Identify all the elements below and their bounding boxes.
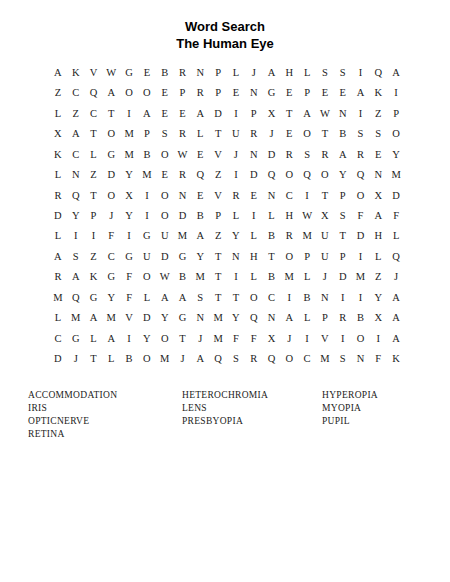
grid-cell-r15c6: O [138,349,156,369]
grid-cell-r13c12: Q [245,308,263,328]
grid-cell-r11c4: G [102,267,120,287]
word-list-item: ACCOMMODATION [28,389,178,402]
grid-cell-r5c16: R [316,144,334,164]
grid-cell-r8c6: I [138,205,156,225]
grid-cell-r7c8: N [174,185,192,205]
grid-cell-r6c13: Q [263,164,281,184]
grid-cell-r15c20: K [387,349,405,369]
grid-cell-r9c13: B [263,226,281,246]
grid-cell-r10c2: S [67,246,85,266]
grid-cell-r4c19: S [369,123,387,143]
grid-cell-r14c17: I [334,328,352,348]
grid-cell-r6c10: Z [209,164,227,184]
grid-cell-r13c1: L [49,308,67,328]
grid-cell-r2c14: E [280,82,298,102]
grid-cell-r7c19: X [369,185,387,205]
grid-cell-r14c12: F [245,328,263,348]
grid-cell-r10c16: U [316,246,334,266]
grid-cell-r7c3: T [85,185,103,205]
grid-cell-r13c9: N [191,308,209,328]
grid-cell-r6c16: O [316,164,334,184]
grid-cell-r9c9: A [191,226,209,246]
word-search-page: Word Search The Human Eye AKVWGEBRNPLJAH… [0,0,450,582]
grid-cell-r2c9: R [191,82,209,102]
grid-cell-r8c3: P [85,205,103,225]
grid-cell-r11c7: W [156,267,174,287]
grid-cell-r15c16: M [316,349,334,369]
grid-cell-r11c12: L [245,267,263,287]
grid-cell-r12c20: A [387,287,405,307]
grid-cell-r14c10: M [209,328,227,348]
page-subtitle: The Human Eye [0,35,450,52]
grid-cell-r15c12: R [245,349,263,369]
grid-cell-r14c16: V [316,328,334,348]
grid-cell-r12c19: Y [369,287,387,307]
grid-cell-r5c7: O [156,144,174,164]
grid-cell-r8c1: D [49,205,67,225]
grid-cell-r5c13: D [263,144,281,164]
grid-cell-r14c9: J [191,328,209,348]
grid-cell-r6c11: I [227,164,245,184]
grid-cell-r6c18: Q [352,164,370,184]
grid-cell-r13c20: A [387,308,405,328]
grid-cell-r2c20: I [387,82,405,102]
grid-cell-r9c20: L [387,226,405,246]
grid-cell-r15c5: B [120,349,138,369]
grid-cell-r7c14: C [280,185,298,205]
grid-cell-r15c10: Q [209,349,227,369]
grid-cell-r14c2: G [67,328,85,348]
grid-cell-r15c9: A [191,349,209,369]
grid-cell-r8c7: O [156,205,174,225]
grid-cell-r7c15: I [298,185,316,205]
grid-cell-r2c19: K [369,82,387,102]
grid-cell-r5c6: B [138,144,156,164]
grid-cell-r14c18: O [352,328,370,348]
grid-cell-r8c15: W [298,205,316,225]
grid-cell-r10c14: O [280,246,298,266]
grid-cell-r4c15: O [298,123,316,143]
word-list-column-1: ACCOMMODATIONIRISOPTICNERVERETINA [28,389,178,441]
grid-cell-r4c13: J [263,123,281,143]
grid-cell-r4c7: S [156,123,174,143]
grid-cell-r8c8: D [174,205,192,225]
grid-cell-r11c15: L [298,267,316,287]
grid-cell-r9c5: I [120,226,138,246]
grid-cell-r9c12: L [245,226,263,246]
grid-cell-r14c5: I [120,328,138,348]
grid-cell-r8c18: F [352,205,370,225]
grid-cell-r4c18: S [352,123,370,143]
grid-cell-r5c14: R [280,144,298,164]
grid-cell-r12c6: L [138,287,156,307]
grid-cell-r5c4: G [102,144,120,164]
grid-cell-r4c6: P [138,123,156,143]
grid-cell-r13c4: M [102,308,120,328]
grid-cell-r12c8: A [174,287,192,307]
grid-cell-r12c15: B [298,287,316,307]
grid-cell-r10c17: P [334,246,352,266]
grid-cell-r1c17: S [334,62,352,82]
grid-cell-r10c10: T [209,246,227,266]
grid-cell-r2c2: C [67,82,85,102]
grid-cell-r4c4: O [102,123,120,143]
grid-cell-r1c16: S [316,62,334,82]
word-list-item: PRESBYOPIA [182,415,318,428]
grid-cell-r8c11: L [227,205,245,225]
grid-cell-r14c11: F [227,328,245,348]
grid-cell-r7c9: E [191,185,209,205]
grid-cell-r13c17: R [334,308,352,328]
grid-cell-r11c14: M [280,267,298,287]
grid-cell-r14c7: O [156,328,174,348]
grid-cell-r2c10: P [209,82,227,102]
grid-cell-r13c10: M [209,308,227,328]
grid-cell-r7c18: O [352,185,370,205]
grid-cell-r1c7: B [156,62,174,82]
grid-cell-r11c8: B [174,267,192,287]
grid-cell-r11c6: O [138,267,156,287]
grid-cell-r10c8: G [174,246,192,266]
grid-cell-r1c10: P [209,62,227,82]
grid-cell-r14c15: I [298,328,316,348]
grid-cell-r2c11: E [227,82,245,102]
grid-cell-r12c2: Q [67,287,85,307]
grid-cell-r10c12: H [245,246,263,266]
grid-cell-r5c15: S [298,144,316,164]
grid-cell-r13c7: Y [156,308,174,328]
grid-cell-r6c12: D [245,164,263,184]
grid-cell-r1c9: N [191,62,209,82]
grid-cell-r10c4: C [102,246,120,266]
grid-cell-r3c17: N [334,103,352,123]
page-title: Word Search [0,18,450,35]
grid-cell-r1c18: I [352,62,370,82]
grid-cell-r12c11: T [227,287,245,307]
grid-cell-r6c4: D [102,164,120,184]
grid-cell-r10c20: Q [387,246,405,266]
grid-cell-r1c2: K [67,62,85,82]
grid-cell-r15c1: D [49,349,67,369]
grid-cell-r4c12: R [245,123,263,143]
grid-cell-r5c20: Y [387,144,405,164]
grid-cell-r3c20: P [387,103,405,123]
grid-cell-r10c19: L [369,246,387,266]
grid-cell-r2c17: E [334,82,352,102]
grid-cell-r1c6: E [138,62,156,82]
grid-cell-r3c12: P [245,103,263,123]
grid-cell-r7c1: R [49,185,67,205]
grid-cell-r8c19: A [369,205,387,225]
grid-cell-r10c13: T [263,246,281,266]
word-list-item: MYOPIA [322,402,432,415]
grid-cell-r11c20: J [387,267,405,287]
grid-cell-r6c3: Z [85,164,103,184]
grid-cell-r15c7: M [156,349,174,369]
grid-cell-r2c1: Z [49,82,67,102]
grid-cell-r15c18: N [352,349,370,369]
grid-cell-r15c15: C [298,349,316,369]
grid-cell-r12c14: I [280,287,298,307]
grid-cell-r4c5: M [120,123,138,143]
grid-cell-r3c18: I [352,103,370,123]
grid-cell-r10c5: G [120,246,138,266]
grid-cell-r10c18: I [352,246,370,266]
grid-cell-r12c3: G [85,287,103,307]
grid-cell-r13c16: P [316,308,334,328]
grid-cell-r12c10: T [209,287,227,307]
grid-cell-r15c13: Q [263,349,281,369]
grid-cell-r3c7: E [156,103,174,123]
grid-cell-r10c9: Y [191,246,209,266]
grid-cell-r5c5: M [120,144,138,164]
grid-cell-r4c8: R [174,123,192,143]
grid-cell-r11c1: R [49,267,67,287]
grid-cell-r6c19: N [369,164,387,184]
grid-cell-r11c2: A [67,267,85,287]
grid-cell-r12c12: O [245,287,263,307]
grid-cell-r6c7: E [156,164,174,184]
grid-cell-r7c6: I [138,185,156,205]
grid-cell-r4c16: T [316,123,334,143]
grid-cell-r1c1: A [49,62,67,82]
grid-cell-r1c19: Q [369,62,387,82]
grid-cell-r8c13: L [263,205,281,225]
grid-cell-r3c14: T [280,103,298,123]
grid-cell-r8c17: S [334,205,352,225]
grid-cell-r9c14: R [280,226,298,246]
grid-cell-r13c5: V [120,308,138,328]
grid-cell-r4c3: T [85,123,103,143]
grid-cell-r14c14: J [280,328,298,348]
grid-cell-r13c13: N [263,308,281,328]
grid-cell-r9c10: Z [209,226,227,246]
grid-cell-r8c9: B [191,205,209,225]
grid-cell-r13c2: M [67,308,85,328]
grid-cell-r11c3: K [85,267,103,287]
grid-cell-r5c17: A [334,144,352,164]
grid-cell-r15c17: S [334,349,352,369]
grid-cell-r5c12: N [245,144,263,164]
grid-cell-r14c4: A [102,328,120,348]
grid-cell-r15c11: S [227,349,245,369]
grid-cell-r15c8: J [174,349,192,369]
word-list-item: IRIS [28,402,178,415]
grid-cell-r7c4: O [102,185,120,205]
word-list-item: LENS [182,402,318,415]
grid-cell-r7c17: P [334,185,352,205]
grid-cell-r6c8: R [174,164,192,184]
grid-cell-r7c13: N [263,185,281,205]
grid-cell-r2c13: G [263,82,281,102]
grid-cell-r15c4: L [102,349,120,369]
grid-cell-r12c7: A [156,287,174,307]
grid-cell-r12c16: N [316,287,334,307]
grid-cell-r1c12: J [245,62,263,82]
grid-cell-r12c18: I [352,287,370,307]
grid-cell-r3c9: A [191,103,209,123]
word-list-column-3: HYPEROPIAMYOPIAPUPIL [322,389,432,428]
grid-cell-r3c6: A [138,103,156,123]
grid-cell-r7c11: R [227,185,245,205]
grid-cell-r1c3: V [85,62,103,82]
grid-cell-r2c8: P [174,82,192,102]
grid-cell-r5c9: E [191,144,209,164]
grid-cell-r12c1: M [49,287,67,307]
grid-cell-r11c9: M [191,267,209,287]
grid-cell-r2c4: A [102,82,120,102]
grid-cell-r11c19: Z [369,267,387,287]
grid-cell-r3c15: A [298,103,316,123]
word-list-item: OPTICNERVE [28,415,178,428]
grid-cell-r13c6: D [138,308,156,328]
grid-cell-r9c7: U [156,226,174,246]
grid-cell-r12c5: F [120,287,138,307]
grid-cell-r11c5: F [120,267,138,287]
grid-cell-r3c1: L [49,103,67,123]
grid-cell-r9c8: M [174,226,192,246]
grid-cell-r11c11: I [227,267,245,287]
grid-cell-r7c16: T [316,185,334,205]
grid-cell-r8c20: F [387,205,405,225]
grid-cell-r7c12: E [245,185,263,205]
grid-cell-r5c11: J [227,144,245,164]
grid-cell-r6c14: O [280,164,298,184]
grid-cell-r13c15: L [298,308,316,328]
grid-cell-r3c2: Z [67,103,85,123]
word-list-item: PUPIL [322,415,432,428]
grid-cell-r13c18: B [352,308,370,328]
grid-cell-r6c5: Y [120,164,138,184]
grid-cell-r5c8: W [174,144,192,164]
grid-cell-r11c16: J [316,267,334,287]
grid-cell-r5c2: C [67,144,85,164]
grid-cell-r10c1: A [49,246,67,266]
grid-cell-r15c3: T [85,349,103,369]
grid-cell-r15c2: J [67,349,85,369]
grid-cell-r5c18: R [352,144,370,164]
grid-cell-r11c18: M [352,267,370,287]
grid-cell-r12c13: C [263,287,281,307]
grid-cell-r5c1: K [49,144,67,164]
grid-cell-r13c14: A [280,308,298,328]
grid-cell-r9c4: F [102,226,120,246]
grid-cell-r8c4: J [102,205,120,225]
grid-cell-r4c2: A [67,123,85,143]
grid-cell-r5c10: V [209,144,227,164]
grid-cell-r3c16: W [316,103,334,123]
grid-cell-r3c11: I [227,103,245,123]
grid-cell-r10c6: U [138,246,156,266]
grid-cell-r10c11: N [227,246,245,266]
grid-cell-r2c7: E [156,82,174,102]
grid-cell-r2c16: E [316,82,334,102]
grid-cell-r7c2: Q [67,185,85,205]
grid-cell-r5c3: L [85,144,103,164]
grid-cell-r5c19: E [369,144,387,164]
grid-cell-r7c5: X [120,185,138,205]
grid-cell-r8c5: Y [120,205,138,225]
grid-cell-r3c3: C [85,103,103,123]
grid-cell-r12c17: I [334,287,352,307]
grid-cell-r11c17: D [334,267,352,287]
grid-cell-r13c11: Y [227,308,245,328]
grid-cell-r8c14: H [280,205,298,225]
grid-cell-r6c6: M [138,164,156,184]
grid-cell-r9c17: T [334,226,352,246]
grid-cell-r1c8: R [174,62,192,82]
grid-cell-r2c3: Q [85,82,103,102]
grid-cell-r6c2: N [67,164,85,184]
grid-cell-r14c6: Y [138,328,156,348]
grid-cell-r9c3: I [85,226,103,246]
grid-cell-r15c14: O [280,349,298,369]
grid-cell-r4c10: T [209,123,227,143]
grid-cell-r6c20: M [387,164,405,184]
grid-cell-r11c13: B [263,267,281,287]
grid-cell-r11c10: T [209,267,227,287]
word-list-column-2: HETEROCHROMIALENSPRESBYOPIA [182,389,318,428]
grid-cell-r10c15: P [298,246,316,266]
letter-grid: AKVWGEBRNPLJAHLSSIQAZCQAOOEPRPENGEPEEAKI… [49,62,405,369]
grid-cell-r2c6: O [138,82,156,102]
grid-cell-r9c1: L [49,226,67,246]
grid-cell-r14c19: I [369,328,387,348]
grid-cell-r6c15: Q [298,164,316,184]
word-list-item: RETINA [28,428,178,441]
grid-cell-r4c14: E [280,123,298,143]
grid-cell-r8c2: Y [67,205,85,225]
word-list-item: HYPEROPIA [322,389,432,402]
grid-cell-r14c13: X [263,328,281,348]
grid-cell-r1c11: L [227,62,245,82]
grid-cell-r1c20: A [387,62,405,82]
grid-cell-r4c11: U [227,123,245,143]
grid-cell-r2c12: N [245,82,263,102]
grid-cell-r10c7: D [156,246,174,266]
grid-cell-r13c3: A [85,308,103,328]
grid-cell-r15c19: F [369,349,387,369]
grid-cell-r1c13: A [263,62,281,82]
word-list-item: HETEROCHROMIA [182,389,318,402]
grid-cell-r7c10: V [209,185,227,205]
grid-cell-r1c14: H [280,62,298,82]
grid-cell-r14c20: A [387,328,405,348]
grid-cell-r4c17: B [334,123,352,143]
grid-cell-r7c20: D [387,185,405,205]
grid-cell-r1c4: W [102,62,120,82]
grid-cell-r9c15: M [298,226,316,246]
grid-cell-r1c5: G [120,62,138,82]
grid-cell-r3c13: X [263,103,281,123]
grid-cell-r3c19: Z [369,103,387,123]
grid-cell-r3c10: D [209,103,227,123]
grid-cell-r2c5: O [120,82,138,102]
grid-cell-r9c6: G [138,226,156,246]
grid-cell-r1c15: L [298,62,316,82]
grid-cell-r9c11: Y [227,226,245,246]
grid-cell-r8c10: P [209,205,227,225]
grid-cell-r4c1: X [49,123,67,143]
grid-cell-r3c4: T [102,103,120,123]
grid-cell-r3c5: I [120,103,138,123]
grid-cell-r2c18: A [352,82,370,102]
word-list: ACCOMMODATIONIRISOPTICNERVERETINA HETERO… [0,389,450,449]
grid-cell-r8c12: I [245,205,263,225]
grid-cell-r14c3: L [85,328,103,348]
grid-cell-r3c8: E [174,103,192,123]
grid-cell-r10c3: Z [85,246,103,266]
